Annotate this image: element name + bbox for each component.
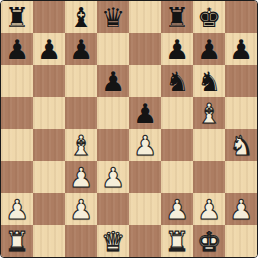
black-pawn-c7: ♟ (69, 36, 93, 63)
white-pawn-d3: ♟ (101, 164, 125, 191)
square-d1[interactable]: ♛ (97, 225, 129, 257)
square-c1[interactable] (65, 225, 97, 257)
black-pawn-h7: ♟ (229, 36, 253, 63)
square-b3[interactable] (33, 161, 65, 193)
square-e8[interactable] (129, 1, 161, 33)
white-bishop-c4: ♝ (69, 132, 93, 159)
square-a2[interactable]: ♟ (1, 193, 33, 225)
square-c3[interactable]: ♟ (65, 161, 97, 193)
white-rook-f1: ♜ (165, 228, 189, 255)
square-f3[interactable] (161, 161, 193, 193)
square-e1[interactable] (129, 225, 161, 257)
white-rook-a1: ♜ (5, 228, 29, 255)
square-f7[interactable]: ♟ (161, 33, 193, 65)
square-e4[interactable]: ♟ (129, 129, 161, 161)
white-pawn-e4: ♟ (133, 132, 157, 159)
square-f1[interactable]: ♜ (161, 225, 193, 257)
square-d6[interactable]: ♟ (97, 65, 129, 97)
square-g5[interactable]: ♝ (193, 97, 225, 129)
square-f4[interactable] (161, 129, 193, 161)
square-b1[interactable] (33, 225, 65, 257)
square-d7[interactable] (97, 33, 129, 65)
square-c5[interactable] (65, 97, 97, 129)
square-f8[interactable]: ♜ (161, 1, 193, 33)
square-h1[interactable] (225, 225, 257, 257)
white-bishop-g5: ♝ (197, 100, 221, 127)
black-pawn-b7: ♟ (37, 36, 61, 63)
black-rook-a8: ♜ (5, 4, 29, 31)
square-a5[interactable] (1, 97, 33, 129)
square-b2[interactable] (33, 193, 65, 225)
square-g4[interactable] (193, 129, 225, 161)
square-d4[interactable] (97, 129, 129, 161)
square-b8[interactable] (33, 1, 65, 33)
square-b5[interactable] (33, 97, 65, 129)
square-f5[interactable] (161, 97, 193, 129)
black-king-g8: ♚ (197, 4, 221, 31)
square-f6[interactable]: ♞ (161, 65, 193, 97)
white-knight-h4: ♞ (229, 132, 253, 159)
white-queen-d1: ♛ (101, 228, 125, 255)
black-bishop-c8: ♝ (69, 4, 93, 31)
square-d2[interactable] (97, 193, 129, 225)
square-g8[interactable]: ♚ (193, 1, 225, 33)
square-c6[interactable] (65, 65, 97, 97)
square-g1[interactable]: ♚ (193, 225, 225, 257)
white-pawn-f2: ♟ (165, 196, 189, 223)
black-knight-f6: ♞ (165, 68, 189, 95)
square-a4[interactable] (1, 129, 33, 161)
square-h2[interactable]: ♟ (225, 193, 257, 225)
black-knight-g6: ♞ (197, 68, 221, 95)
square-e3[interactable] (129, 161, 161, 193)
black-pawn-e5: ♟ (133, 100, 157, 127)
black-pawn-d6: ♟ (101, 68, 125, 95)
square-e7[interactable] (129, 33, 161, 65)
black-pawn-f7: ♟ (165, 36, 189, 63)
square-g3[interactable] (193, 161, 225, 193)
square-h7[interactable]: ♟ (225, 33, 257, 65)
black-queen-d8: ♛ (101, 4, 125, 31)
square-b6[interactable] (33, 65, 65, 97)
square-a8[interactable]: ♜ (1, 1, 33, 33)
square-c4[interactable]: ♝ (65, 129, 97, 161)
square-c8[interactable]: ♝ (65, 1, 97, 33)
square-b4[interactable] (33, 129, 65, 161)
white-pawn-c3: ♟ (69, 164, 93, 191)
square-d5[interactable] (97, 97, 129, 129)
square-h3[interactable] (225, 161, 257, 193)
square-h8[interactable] (225, 1, 257, 33)
chess-board: ♜♝♛♜♚♟♟♟♟♟♟♟♞♞♟♝♝♟♞♟♟♟♟♟♟♟♜♛♜♚ (0, 0, 258, 258)
white-king-g1: ♚ (197, 228, 221, 255)
chess-board-wrapper: ♜♝♛♜♚♟♟♟♟♟♟♟♞♞♟♝♝♟♞♟♟♟♟♟♟♟♜♛♜♚ (0, 0, 258, 258)
square-a3[interactable] (1, 161, 33, 193)
square-a7[interactable]: ♟ (1, 33, 33, 65)
square-h5[interactable] (225, 97, 257, 129)
white-pawn-g2: ♟ (197, 196, 221, 223)
square-h4[interactable]: ♞ (225, 129, 257, 161)
black-rook-f8: ♜ (165, 4, 189, 31)
black-pawn-g7: ♟ (197, 36, 221, 63)
square-a6[interactable] (1, 65, 33, 97)
white-pawn-a2: ♟ (5, 196, 29, 223)
square-c7[interactable]: ♟ (65, 33, 97, 65)
black-pawn-a7: ♟ (5, 36, 29, 63)
square-b7[interactable]: ♟ (33, 33, 65, 65)
square-e2[interactable] (129, 193, 161, 225)
square-f2[interactable]: ♟ (161, 193, 193, 225)
square-d8[interactable]: ♛ (97, 1, 129, 33)
square-g7[interactable]: ♟ (193, 33, 225, 65)
square-d3[interactable]: ♟ (97, 161, 129, 193)
square-a1[interactable]: ♜ (1, 225, 33, 257)
square-g6[interactable]: ♞ (193, 65, 225, 97)
square-g2[interactable]: ♟ (193, 193, 225, 225)
square-h6[interactable] (225, 65, 257, 97)
white-pawn-h2: ♟ (229, 196, 253, 223)
square-e5[interactable]: ♟ (129, 97, 161, 129)
square-e6[interactable] (129, 65, 161, 97)
white-pawn-c2: ♟ (69, 196, 93, 223)
square-c2[interactable]: ♟ (65, 193, 97, 225)
